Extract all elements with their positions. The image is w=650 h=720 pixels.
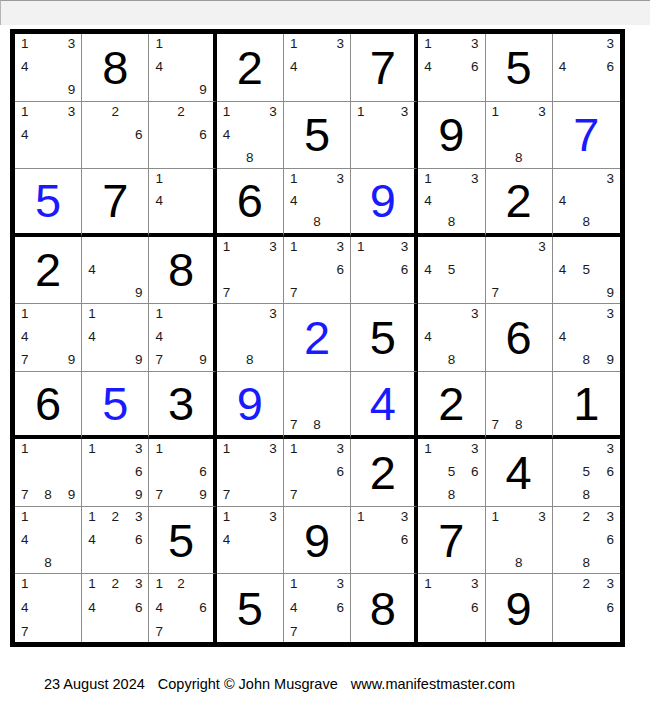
pencil-mark-4	[88, 124, 106, 144]
cell-r3c5[interactable]: 1348	[284, 169, 351, 237]
cell-r8c9[interactable]: 2368	[553, 507, 620, 575]
pencil-mark-5	[510, 530, 528, 550]
pencil-mark-2: 2	[106, 577, 124, 597]
cell-r4c4[interactable]: 137	[217, 237, 284, 305]
cell-r9c4[interactable]: 5	[217, 574, 284, 642]
pencil-mark-1: 1	[88, 510, 106, 530]
given-digit: 2	[237, 44, 263, 91]
pencil-mark-1	[155, 105, 172, 125]
pencil-mark-7	[88, 550, 106, 570]
pencil-mark-6: 6	[326, 462, 344, 482]
pencil-mark-9	[391, 279, 408, 299]
pencil-marks: 1679	[155, 442, 206, 502]
pencil-mark-9	[460, 210, 478, 229]
pencil-mark-3: 3	[259, 307, 277, 327]
given-digit: 7	[370, 44, 396, 91]
pencil-mark-8	[39, 618, 57, 638]
pencil-mark-6	[190, 57, 207, 77]
pencil-mark-9	[460, 77, 478, 97]
pencil-mark-8: 8	[577, 482, 595, 502]
pencil-mark-2: 2	[106, 510, 124, 530]
cell-r1c4[interactable]: 2	[217, 34, 284, 102]
cell-r4c8[interactable]: 37	[486, 237, 553, 305]
pencil-mark-4: 4	[424, 327, 442, 347]
pencil-mark-1: 1	[155, 577, 172, 597]
pencil-mark-6: 6	[190, 124, 207, 144]
cell-r1c2[interactable]: 8	[82, 34, 149, 102]
pencil-mark-4: 4	[559, 260, 577, 280]
solved-digit: 9	[237, 380, 263, 427]
pencil-mark-3: 3	[57, 105, 75, 125]
pencil-mark-3: 3	[460, 442, 478, 462]
cell-r5c8[interactable]: 6	[486, 304, 553, 372]
cell-r8c2[interactable]: 12346	[82, 507, 149, 575]
cell-r4c9[interactable]: 459	[553, 237, 620, 305]
pencil-mark-1: 1	[223, 510, 241, 530]
pencil-mark-9: 9	[596, 279, 614, 299]
pencil-mark-3	[124, 307, 142, 327]
pencil-mark-6: 6	[596, 598, 614, 618]
given-digit: 3	[168, 380, 194, 427]
cell-r8c8[interactable]: 138	[486, 507, 553, 575]
cell-r9c5[interactable]: 13467	[284, 574, 351, 642]
solved-digit: 2	[304, 314, 330, 361]
cell-r7c1[interactable]: 1789	[15, 439, 82, 507]
cell-r8c7[interactable]: 7	[418, 507, 485, 575]
pencil-mark-8	[374, 144, 391, 164]
pencil-mark-1	[424, 307, 442, 327]
pencil-mark-7	[559, 618, 577, 638]
cell-r6c9[interactable]: 1	[553, 372, 620, 440]
cell-r1c9[interactable]: 346	[553, 34, 620, 102]
pencil-mark-7	[88, 482, 106, 502]
pencil-mark-1	[559, 510, 577, 530]
given-digit: 9	[438, 111, 464, 158]
pencil-mark-6: 6	[326, 598, 344, 618]
pencil-mark-2	[308, 172, 326, 191]
given-digit: 6	[35, 380, 61, 427]
pencil-mark-6	[259, 462, 277, 482]
pencil-marks: 236	[559, 577, 614, 638]
cell-r2c9[interactable]: 7	[553, 102, 620, 170]
pencil-marks: 26	[88, 105, 142, 165]
pencil-mark-8	[308, 77, 326, 97]
cell-r3c6[interactable]: 9	[351, 169, 418, 237]
pencil-mark-6: 6	[460, 462, 478, 482]
cell-r7c9[interactable]: 3568	[553, 439, 620, 507]
pencil-marks: 45	[424, 240, 478, 300]
pencil-mark-3: 3	[326, 172, 344, 191]
pencil-mark-6: 6	[190, 598, 207, 618]
pencil-mark-4	[357, 124, 374, 144]
pencil-marks: 136	[357, 510, 408, 570]
pencil-mark-5: 5	[577, 462, 595, 482]
pencil-mark-8	[106, 347, 124, 367]
pencil-mark-1: 1	[21, 105, 39, 125]
pencil-mark-8	[173, 618, 190, 638]
pencil-mark-9	[596, 618, 614, 638]
pencil-mark-6	[460, 191, 478, 210]
cell-r3c1[interactable]: 5	[15, 169, 82, 237]
pencil-mark-7	[223, 550, 241, 570]
pencil-mark-8	[39, 347, 57, 367]
cell-r1c6[interactable]: 7	[351, 34, 418, 102]
cell-r9c9[interactable]: 236	[553, 574, 620, 642]
pencil-marks: 348	[424, 307, 478, 367]
pencil-mark-6: 6	[596, 57, 614, 77]
pencil-marks: 1348	[424, 172, 478, 229]
cell-r6c5[interactable]: 78	[284, 372, 351, 440]
footer-date: 23 August 2024	[44, 676, 145, 692]
pencil-mark-1: 1	[492, 105, 510, 125]
cell-r9c1[interactable]: 147	[15, 574, 82, 642]
pencil-marks: 148	[21, 510, 75, 570]
cell-r9c3[interactable]: 12467	[149, 574, 216, 642]
given-digit: 6	[237, 177, 263, 224]
cell-r7c7[interactable]: 13568	[418, 439, 485, 507]
pencil-mark-4	[424, 598, 442, 618]
pencil-mark-9: 9	[57, 347, 75, 367]
pencil-mark-2	[106, 307, 124, 327]
pencil-mark-4	[492, 260, 510, 280]
pencil-mark-7	[559, 210, 577, 229]
pencil-mark-8	[442, 618, 460, 638]
pencil-mark-4: 4	[155, 57, 172, 77]
pencil-mark-8	[106, 279, 124, 299]
cell-r8c5[interactable]: 9	[284, 507, 351, 575]
pencil-mark-6	[528, 530, 546, 550]
pencil-mark-6	[57, 530, 75, 550]
cell-r3c3[interactable]: 14	[149, 169, 216, 237]
pencil-mark-6	[57, 462, 75, 482]
pencil-mark-6: 6	[460, 598, 478, 618]
cell-r6c6[interactable]: 4	[351, 372, 418, 440]
cell-r1c8[interactable]: 5	[486, 34, 553, 102]
cell-r2c7[interactable]: 9	[418, 102, 485, 170]
pencil-mark-2	[173, 37, 190, 57]
cell-r4c7[interactable]: 45	[418, 237, 485, 305]
given-digit: 2	[438, 380, 464, 427]
given-digit: 8	[168, 246, 194, 293]
pencil-mark-9	[326, 618, 344, 638]
cell-r5c5[interactable]: 2	[284, 304, 351, 372]
cell-r6c3[interactable]: 3	[149, 372, 216, 440]
pencil-mark-7: 7	[223, 279, 241, 299]
cell-r9c7[interactable]: 136	[418, 574, 485, 642]
pencil-mark-5	[39, 462, 57, 482]
pencil-mark-9	[528, 412, 546, 431]
pencil-mark-3	[190, 172, 207, 191]
pencil-mark-4: 4	[290, 598, 308, 618]
pencil-mark-6	[596, 327, 614, 347]
pencil-mark-9: 9	[57, 482, 75, 502]
pencil-mark-3: 3	[460, 307, 478, 327]
pencil-marks: 12346	[88, 510, 142, 570]
pencil-mark-7	[357, 279, 374, 299]
cell-r2c8[interactable]: 138	[486, 102, 553, 170]
pencil-mark-3	[190, 577, 207, 597]
pencil-mark-1	[559, 307, 577, 327]
pencil-mark-7	[21, 550, 39, 570]
pencil-mark-1: 1	[21, 37, 39, 57]
pencil-mark-2	[39, 37, 57, 57]
cell-r7c6[interactable]: 2	[351, 439, 418, 507]
pencil-mark-1: 1	[290, 442, 308, 462]
cell-r6c1[interactable]: 6	[15, 372, 82, 440]
cell-r2c5[interactable]: 5	[284, 102, 351, 170]
pencil-marks: 14	[155, 172, 206, 229]
pencil-marks: 26	[155, 105, 206, 165]
pencil-mark-9	[460, 618, 478, 638]
pencil-mark-9	[326, 77, 344, 97]
pencil-mark-6	[124, 260, 142, 280]
cell-r3c7[interactable]: 1348	[418, 169, 485, 237]
cell-r2c6[interactable]: 13	[351, 102, 418, 170]
cell-r7c5[interactable]: 1367	[284, 439, 351, 507]
pencil-mark-6	[596, 260, 614, 280]
cell-r5c9[interactable]: 3489	[553, 304, 620, 372]
pencil-mark-5	[106, 530, 124, 550]
pencil-marks: 1348	[290, 172, 344, 229]
pencil-mark-2	[308, 442, 326, 462]
pencil-mark-3: 3	[259, 442, 277, 462]
pencil-mark-2	[106, 442, 124, 462]
cell-r6c8[interactable]: 78	[486, 372, 553, 440]
cell-r9c2[interactable]: 12346	[82, 574, 149, 642]
pencil-mark-2	[173, 442, 190, 462]
cell-r4c2[interactable]: 49	[82, 237, 149, 305]
pencil-mark-2	[374, 240, 391, 260]
pencil-mark-6	[57, 598, 75, 618]
pencil-mark-1: 1	[155, 442, 172, 462]
cell-r6c4[interactable]: 9	[217, 372, 284, 440]
cell-r1c5[interactable]: 134	[284, 34, 351, 102]
sudoku-board: 1349814921347134653461342626134851391387…	[10, 29, 625, 647]
pencil-marks: 137	[223, 240, 277, 300]
pencil-mark-4	[492, 530, 510, 550]
pencil-mark-5	[173, 191, 190, 210]
given-digit: 2	[35, 246, 61, 293]
pencil-mark-3: 3	[391, 240, 408, 260]
cell-r6c7[interactable]: 2	[418, 372, 485, 440]
pencil-marks: 134	[290, 37, 344, 97]
pencil-mark-3	[596, 240, 614, 260]
pencil-mark-7	[21, 144, 39, 164]
pencil-mark-7	[223, 347, 241, 367]
pencil-mark-1: 1	[223, 105, 241, 125]
cell-r4c5[interactable]: 1367	[284, 237, 351, 305]
pencil-mark-1: 1	[21, 510, 39, 530]
pencil-mark-9: 9	[190, 347, 207, 367]
pencil-mark-2	[577, 37, 595, 57]
pencil-marks: 2368	[559, 510, 614, 570]
cell-r2c4[interactable]: 1348	[217, 102, 284, 170]
pencil-mark-1: 1	[21, 577, 39, 597]
pencil-mark-6: 6	[596, 530, 614, 550]
pencil-mark-8	[106, 482, 124, 502]
pencil-mark-6	[326, 57, 344, 77]
given-digit: 9	[304, 517, 330, 564]
pencil-mark-2	[241, 510, 259, 530]
pencil-mark-4: 4	[424, 260, 442, 280]
pencil-mark-1: 1	[155, 37, 172, 57]
cell-r5c7[interactable]: 348	[418, 304, 485, 372]
pencil-mark-3: 3	[326, 37, 344, 57]
pencil-mark-2	[39, 105, 57, 125]
pencil-mark-5	[39, 327, 57, 347]
given-digit: 9	[506, 585, 532, 632]
pencil-mark-6	[259, 260, 277, 280]
cell-r7c4[interactable]: 137	[217, 439, 284, 507]
pencil-mark-6	[124, 327, 142, 347]
cell-r7c8[interactable]: 4	[486, 439, 553, 507]
cell-r8c4[interactable]: 134	[217, 507, 284, 575]
cell-r1c7[interactable]: 1346	[418, 34, 485, 102]
pencil-mark-4: 4	[88, 530, 106, 550]
pencil-marks: 136	[424, 577, 478, 638]
pencil-mark-2	[510, 105, 528, 125]
pencil-marks: 137	[223, 442, 277, 502]
pencil-mark-4: 4	[21, 57, 39, 77]
given-digit: 5	[506, 44, 532, 91]
pencil-mark-8: 8	[510, 144, 528, 164]
pencil-mark-6: 6	[124, 598, 142, 618]
cell-r3c8[interactable]: 2	[486, 169, 553, 237]
cell-r6c2[interactable]: 5	[82, 372, 149, 440]
given-digit: 5	[168, 517, 194, 564]
cell-r5c4[interactable]: 38	[217, 304, 284, 372]
cell-r5c3[interactable]: 1479	[149, 304, 216, 372]
pencil-mark-7	[559, 279, 577, 299]
cell-r3c4[interactable]: 6	[217, 169, 284, 237]
cell-r5c1[interactable]: 1479	[15, 304, 82, 372]
pencil-mark-9: 9	[596, 347, 614, 367]
pencil-mark-7	[357, 144, 374, 164]
pencil-mark-5	[173, 462, 190, 482]
pencil-marks: 12467	[155, 577, 206, 638]
pencil-mark-5	[173, 124, 190, 144]
pencil-mark-4	[88, 462, 106, 482]
cell-r2c2[interactable]: 26	[82, 102, 149, 170]
cell-r4c1[interactable]: 2	[15, 237, 82, 305]
pencil-mark-9	[596, 77, 614, 97]
pencil-mark-7	[492, 550, 510, 570]
solved-digit: 5	[102, 380, 128, 427]
cell-r7c2[interactable]: 1369	[82, 439, 149, 507]
cell-r9c8[interactable]: 9	[486, 574, 553, 642]
pencil-mark-1: 1	[290, 240, 308, 260]
pencil-mark-7	[559, 347, 577, 367]
cell-r4c6[interactable]: 136	[351, 237, 418, 305]
pencil-mark-7	[559, 482, 577, 502]
cell-r1c3[interactable]: 149	[149, 34, 216, 102]
pencil-mark-8: 8	[442, 482, 460, 502]
cell-r7c3[interactable]: 1679	[149, 439, 216, 507]
pencil-mark-2	[577, 442, 595, 462]
cell-r2c1[interactable]: 134	[15, 102, 82, 170]
pencil-mark-6: 6	[326, 260, 344, 280]
pencil-mark-3: 3	[259, 105, 277, 125]
pencil-mark-4	[357, 260, 374, 280]
pencil-mark-9	[57, 618, 75, 638]
pencil-mark-9	[391, 144, 408, 164]
pencil-mark-4: 4	[290, 191, 308, 210]
cell-r5c2[interactable]: 149	[82, 304, 149, 372]
pencil-mark-8: 8	[308, 210, 326, 229]
pencil-marks: 138	[492, 510, 546, 570]
pencil-mark-5	[39, 57, 57, 77]
pencil-mark-4	[290, 260, 308, 280]
cell-r1c1[interactable]: 1349	[15, 34, 82, 102]
pencil-mark-1	[290, 375, 308, 394]
pencil-mark-3: 3	[596, 510, 614, 530]
pencil-mark-7	[88, 279, 106, 299]
pencil-marks: 1789	[21, 442, 75, 502]
pencil-marks: 13	[357, 105, 408, 165]
pencil-marks: 149	[155, 37, 206, 97]
pencil-mark-8	[308, 482, 326, 502]
pencil-mark-9	[326, 482, 344, 502]
pencil-mark-1: 1	[155, 307, 172, 327]
pencil-mark-1	[88, 105, 106, 125]
pencil-mark-5	[442, 327, 460, 347]
cell-r2c3[interactable]: 26	[149, 102, 216, 170]
cell-r3c2[interactable]: 7	[82, 169, 149, 237]
cell-r9c6[interactable]: 8	[351, 574, 418, 642]
pencil-mark-3: 3	[326, 240, 344, 260]
pencil-mark-2	[241, 240, 259, 260]
pencil-mark-9	[460, 347, 478, 367]
cell-r8c6[interactable]: 136	[351, 507, 418, 575]
solved-digit: 9	[370, 177, 396, 224]
pencil-mark-9	[259, 279, 277, 299]
pencil-mark-8	[173, 347, 190, 367]
pencil-mark-6: 6	[124, 530, 142, 550]
pencil-mark-2	[442, 577, 460, 597]
pencil-mark-1: 1	[21, 307, 39, 327]
pencil-mark-2	[241, 105, 259, 125]
pencil-mark-3	[460, 240, 478, 260]
pencil-mark-6	[326, 191, 344, 210]
pencil-mark-4	[357, 530, 374, 550]
pencil-mark-1: 1	[155, 172, 172, 191]
pencil-mark-9	[460, 482, 478, 502]
cell-r5c6[interactable]: 5	[351, 304, 418, 372]
pencil-mark-8	[374, 550, 391, 570]
given-digit: 8	[370, 585, 396, 632]
footer-website: www.manifestmaster.com	[351, 676, 515, 692]
pencil-mark-5	[577, 191, 595, 210]
cell-r8c1[interactable]: 148	[15, 507, 82, 575]
pencil-mark-8	[39, 77, 57, 97]
pencil-mark-2	[308, 240, 326, 260]
pencil-mark-4: 4	[88, 260, 106, 280]
pencil-mark-9	[259, 550, 277, 570]
pencil-mark-1	[559, 442, 577, 462]
pencil-mark-3: 3	[326, 577, 344, 597]
pencil-mark-8	[39, 144, 57, 164]
pencil-mark-1: 1	[290, 37, 308, 57]
given-digit: 5	[370, 314, 396, 361]
pencil-mark-7	[492, 144, 510, 164]
pencil-mark-7	[424, 347, 442, 367]
pencil-mark-4	[223, 462, 241, 482]
pencil-mark-8	[173, 144, 190, 164]
pencil-mark-5	[241, 327, 259, 347]
cell-r4c3[interactable]: 8	[149, 237, 216, 305]
cell-r8c3[interactable]: 5	[149, 507, 216, 575]
cell-r3c9[interactable]: 348	[553, 169, 620, 237]
